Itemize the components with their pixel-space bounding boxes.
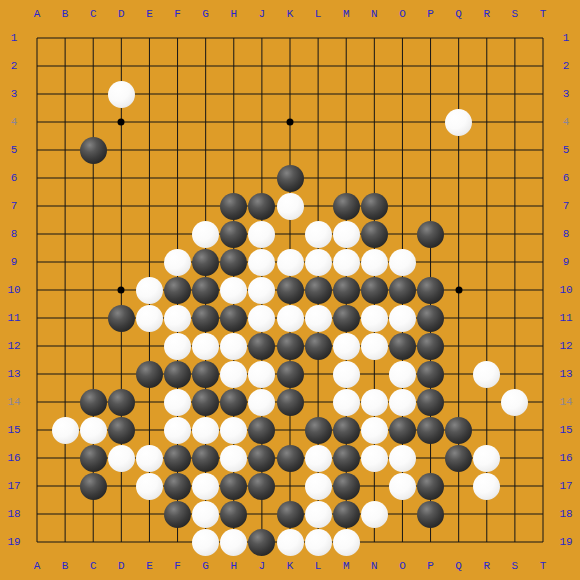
stone-black <box>220 501 247 528</box>
col-label-top: Q <box>455 9 462 20</box>
col-label-top: C <box>90 9 97 20</box>
col-label-top: R <box>483 9 490 20</box>
row-label-left: 17 <box>7 481 20 492</box>
col-label-top: B <box>62 9 69 20</box>
col-label-top: O <box>399 9 406 20</box>
row-label-left: 7 <box>11 201 18 212</box>
stone-black <box>108 305 135 332</box>
stone-white <box>473 361 500 388</box>
stone-black <box>220 221 247 248</box>
stone-white <box>108 445 135 472</box>
stone-black <box>192 389 219 416</box>
col-label-bottom: H <box>230 561 237 572</box>
stone-black <box>220 473 247 500</box>
stone-black <box>80 473 107 500</box>
stone-white <box>220 277 247 304</box>
stone-white <box>333 361 360 388</box>
stone-black <box>80 389 107 416</box>
col-label-top: N <box>371 9 378 20</box>
stone-black <box>333 417 360 444</box>
row-label-left: 19 <box>7 537 20 548</box>
stone-white <box>305 501 332 528</box>
stone-black <box>361 221 388 248</box>
stone-white <box>473 445 500 472</box>
star-point <box>455 287 462 294</box>
col-label-top: A <box>34 9 41 20</box>
stone-black <box>333 473 360 500</box>
stone-black <box>277 389 304 416</box>
stone-white <box>333 389 360 416</box>
stone-white <box>361 389 388 416</box>
stone-white <box>220 417 247 444</box>
stone-black <box>277 501 304 528</box>
col-label-top: S <box>512 9 519 20</box>
row-label-right: 14 <box>559 397 572 408</box>
stone-black <box>192 249 219 276</box>
stone-white <box>136 305 163 332</box>
stone-black <box>136 361 163 388</box>
col-label-top: K <box>287 9 294 20</box>
row-label-right: 9 <box>563 257 570 268</box>
col-label-top: E <box>146 9 153 20</box>
stone-black <box>108 417 135 444</box>
stone-white <box>277 305 304 332</box>
star-point <box>287 119 294 126</box>
row-label-left: 16 <box>7 453 20 464</box>
stone-white <box>305 529 332 556</box>
col-label-bottom: J <box>259 561 266 572</box>
stone-white <box>389 361 416 388</box>
row-label-right: 3 <box>563 89 570 100</box>
stone-white <box>220 361 247 388</box>
stone-white <box>52 417 79 444</box>
go-board[interactable]: AABBCCDDEEFFGGHHJJKKLLMMNNOOPPQQRRSSTT11… <box>0 0 580 580</box>
col-label-top: F <box>174 9 181 20</box>
col-label-bottom: G <box>202 561 209 572</box>
stone-white <box>248 305 275 332</box>
stone-black <box>277 165 304 192</box>
stone-white <box>361 305 388 332</box>
stone-black <box>248 445 275 472</box>
stone-white <box>248 221 275 248</box>
row-label-right: 17 <box>559 481 572 492</box>
stone-white <box>305 305 332 332</box>
row-label-left: 3 <box>11 89 18 100</box>
stone-white <box>164 333 191 360</box>
stone-black <box>277 361 304 388</box>
row-label-left: 12 <box>7 341 20 352</box>
stone-black <box>445 417 472 444</box>
row-label-right: 1 <box>563 33 570 44</box>
stone-black <box>417 277 444 304</box>
stone-white <box>164 249 191 276</box>
stone-white <box>361 249 388 276</box>
stone-white <box>192 333 219 360</box>
stone-white <box>80 417 107 444</box>
stone-black <box>80 445 107 472</box>
stone-black <box>164 473 191 500</box>
stone-black <box>361 193 388 220</box>
stone-white <box>192 221 219 248</box>
stone-black <box>164 361 191 388</box>
row-label-left: 18 <box>7 509 20 520</box>
stone-black <box>248 193 275 220</box>
stone-white <box>361 501 388 528</box>
stone-white <box>220 445 247 472</box>
row-label-left: 10 <box>7 285 20 296</box>
row-label-left: 15 <box>7 425 20 436</box>
stone-black <box>305 277 332 304</box>
row-label-left: 11 <box>7 313 20 324</box>
stone-black <box>164 277 191 304</box>
col-label-top: D <box>118 9 125 20</box>
stone-white <box>389 389 416 416</box>
stone-white <box>192 417 219 444</box>
stone-black <box>389 333 416 360</box>
stone-white <box>164 305 191 332</box>
stone-white <box>248 361 275 388</box>
col-label-bottom: O <box>399 561 406 572</box>
row-label-right: 10 <box>559 285 572 296</box>
col-label-top: H <box>230 9 237 20</box>
stone-black <box>192 305 219 332</box>
col-label-bottom: S <box>512 561 519 572</box>
row-label-right: 16 <box>559 453 572 464</box>
row-label-left: 14 <box>7 397 20 408</box>
row-label-right: 5 <box>563 145 570 156</box>
stone-white <box>501 389 528 416</box>
stone-black <box>277 277 304 304</box>
stone-black <box>361 277 388 304</box>
stone-black <box>248 529 275 556</box>
stone-black <box>248 473 275 500</box>
stone-white <box>389 473 416 500</box>
col-label-bottom: P <box>427 561 434 572</box>
stone-white <box>361 417 388 444</box>
col-label-top: T <box>540 9 547 20</box>
stone-white <box>192 501 219 528</box>
stone-black <box>333 193 360 220</box>
col-label-bottom: D <box>118 561 125 572</box>
row-label-right: 7 <box>563 201 570 212</box>
stone-white <box>361 445 388 472</box>
row-label-left: 4 <box>11 117 18 128</box>
stone-white <box>333 529 360 556</box>
col-label-bottom: L <box>315 561 322 572</box>
stone-white <box>333 333 360 360</box>
stone-black <box>417 417 444 444</box>
stone-white <box>220 529 247 556</box>
stone-black <box>445 445 472 472</box>
row-label-right: 13 <box>559 369 572 380</box>
stone-white <box>136 445 163 472</box>
col-label-bottom: R <box>483 561 490 572</box>
stone-black <box>333 305 360 332</box>
row-label-right: 18 <box>559 509 572 520</box>
stone-white <box>333 249 360 276</box>
row-label-right: 12 <box>559 341 572 352</box>
stone-white <box>305 221 332 248</box>
stone-white <box>305 445 332 472</box>
stone-white <box>333 221 360 248</box>
stone-black <box>389 277 416 304</box>
col-label-bottom: Q <box>455 561 462 572</box>
col-label-bottom: N <box>371 561 378 572</box>
row-label-left: 8 <box>11 229 18 240</box>
col-label-top: J <box>259 9 266 20</box>
col-label-top: P <box>427 9 434 20</box>
stone-white <box>136 473 163 500</box>
row-label-left: 6 <box>11 173 18 184</box>
stone-black <box>248 417 275 444</box>
col-label-bottom: E <box>146 561 153 572</box>
stone-black <box>192 277 219 304</box>
row-label-left: 9 <box>11 257 18 268</box>
row-label-left: 1 <box>11 33 18 44</box>
stone-white <box>248 249 275 276</box>
stone-black <box>220 193 247 220</box>
stone-white <box>277 529 304 556</box>
stone-white <box>473 473 500 500</box>
stone-white <box>248 277 275 304</box>
stone-black <box>305 333 332 360</box>
row-label-left: 5 <box>11 145 18 156</box>
row-label-left: 2 <box>11 61 18 72</box>
stone-black <box>333 277 360 304</box>
star-point <box>118 287 125 294</box>
stone-white <box>192 473 219 500</box>
col-label-bottom: T <box>540 561 547 572</box>
stone-white <box>164 389 191 416</box>
row-label-right: 2 <box>563 61 570 72</box>
stone-black <box>417 473 444 500</box>
stone-white <box>361 333 388 360</box>
stone-white <box>389 249 416 276</box>
stone-black <box>389 417 416 444</box>
stone-black <box>164 501 191 528</box>
stone-black <box>333 501 360 528</box>
stone-black <box>220 389 247 416</box>
stone-white <box>445 109 472 136</box>
stone-white <box>108 81 135 108</box>
col-label-bottom: F <box>174 561 181 572</box>
stone-white <box>192 529 219 556</box>
row-label-right: 6 <box>563 173 570 184</box>
stone-white <box>305 473 332 500</box>
row-label-right: 4 <box>563 117 570 128</box>
stone-white <box>389 445 416 472</box>
stone-black <box>277 445 304 472</box>
stone-white <box>277 193 304 220</box>
stone-black <box>108 389 135 416</box>
col-label-top: L <box>315 9 322 20</box>
col-label-top: M <box>343 9 350 20</box>
stone-black <box>417 501 444 528</box>
stone-black <box>164 445 191 472</box>
row-label-right: 11 <box>559 313 572 324</box>
stone-black <box>305 417 332 444</box>
stone-black <box>417 305 444 332</box>
stone-black <box>248 333 275 360</box>
stone-black <box>192 361 219 388</box>
col-label-bottom: C <box>90 561 97 572</box>
col-label-bottom: K <box>287 561 294 572</box>
stone-white <box>220 333 247 360</box>
stone-black <box>277 333 304 360</box>
col-label-bottom: M <box>343 561 350 572</box>
stone-white <box>277 249 304 276</box>
stone-white <box>248 389 275 416</box>
stone-white <box>136 277 163 304</box>
stone-black <box>417 389 444 416</box>
stone-white <box>305 249 332 276</box>
stone-black <box>333 445 360 472</box>
stone-white <box>164 417 191 444</box>
stone-black <box>220 249 247 276</box>
col-label-top: G <box>202 9 209 20</box>
stone-black <box>417 333 444 360</box>
row-label-right: 8 <box>563 229 570 240</box>
row-label-left: 13 <box>7 369 20 380</box>
col-label-bottom: A <box>34 561 41 572</box>
col-label-bottom: B <box>62 561 69 572</box>
star-point <box>118 119 125 126</box>
stone-black <box>80 137 107 164</box>
row-label-right: 15 <box>559 425 572 436</box>
stone-black <box>417 361 444 388</box>
stone-black <box>192 445 219 472</box>
row-label-right: 19 <box>559 537 572 548</box>
stone-black <box>220 305 247 332</box>
stone-black <box>417 221 444 248</box>
stone-white <box>389 305 416 332</box>
